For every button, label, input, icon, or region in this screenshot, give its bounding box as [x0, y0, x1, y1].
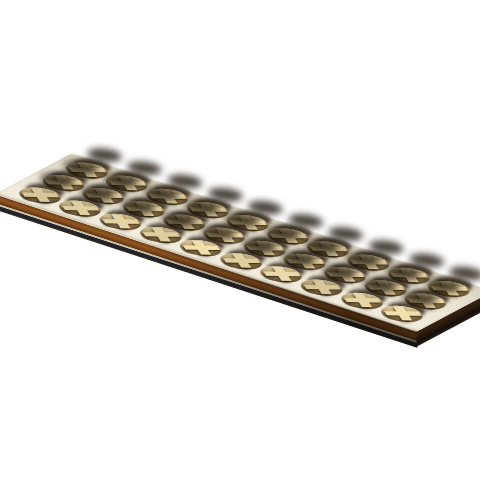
- board-grid: ✖✖✖✖✖✖✖✖✖✖✖✖✖✖✖✖✖✖✖✖✖✖✖✖✖✖✖✖✖✖: [0, 153, 480, 332]
- photo-scene: ✖✖✖✖✖✖✖✖✖✖✖✖✖✖✖✖✖✖✖✖✖✖✖✖✖✖✖✖✖✖: [0, 0, 480, 480]
